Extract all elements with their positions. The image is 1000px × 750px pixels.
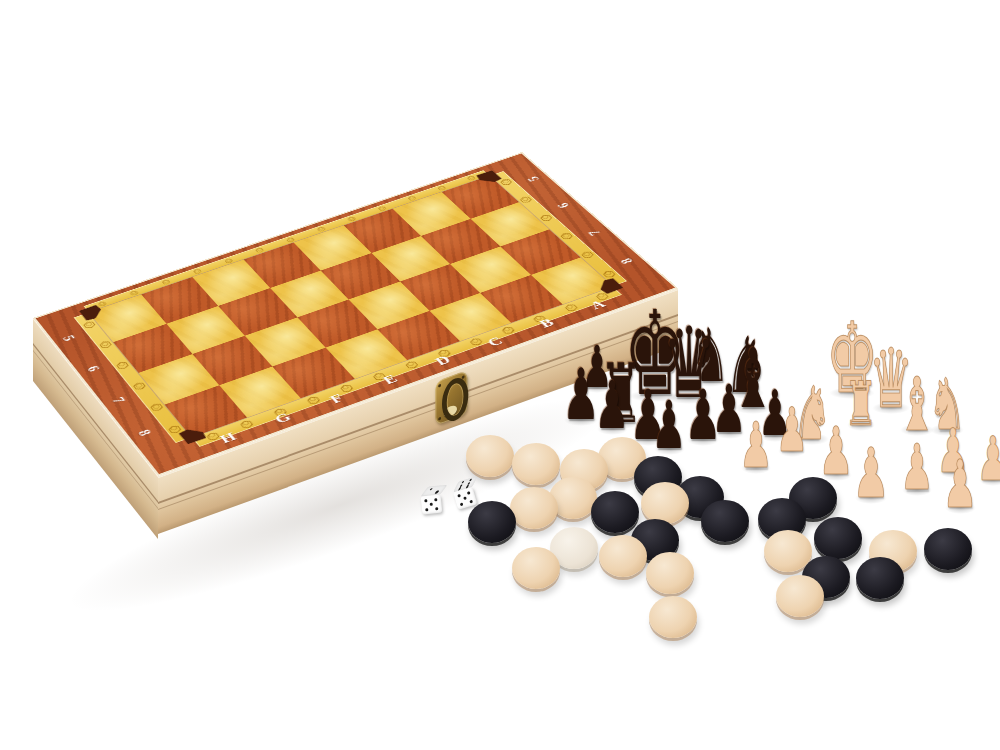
die-pip: [430, 503, 434, 507]
checker-light: [599, 535, 647, 577]
checker-dark: [924, 528, 972, 570]
piece-shadow: [760, 430, 790, 442]
checker-dark: [701, 500, 749, 542]
piece-shadow: [900, 424, 935, 436]
screw-icon: [438, 417, 441, 421]
piece-shadow: [979, 474, 1000, 486]
piece-shadow: [734, 402, 772, 414]
piece-shadow: [902, 484, 932, 496]
checker-dark: [856, 557, 904, 599]
product-photo: ⬡⬡⬡⬡⬡⬡⬡⬡⬡⬡⬡⬡⬡ ⬡⬡⬡⬡⬡⬡⬡⬡⬡⬡⬡⬡⬡ ⬡⬡⬡⬡⬡⬡ ⬡⬡⬡⬡⬡…: [0, 0, 1000, 750]
die-pip: [435, 507, 439, 511]
piece-shadow: [855, 492, 887, 504]
piece-shadow: [583, 381, 610, 393]
piece-shadow: [847, 419, 876, 431]
checker-dark: [468, 501, 516, 543]
piece-shadow: [939, 466, 968, 478]
rank-label-6: 6: [83, 364, 103, 374]
checker-dark: [814, 517, 862, 559]
die-pip: [435, 491, 439, 494]
die-pip: [424, 499, 428, 503]
die-pip: [467, 491, 471, 495]
rank-label-6: 6: [554, 201, 573, 210]
clasp: [434, 367, 470, 430]
piece-shadow: [597, 423, 628, 435]
checker-light: [649, 596, 697, 638]
die-pip: [425, 508, 429, 512]
die-front-face: [421, 494, 443, 514]
piece-shadow: [654, 443, 685, 455]
rank-label-5: 5: [59, 333, 78, 343]
die-1: [420, 486, 443, 515]
rank-label-8: 8: [617, 256, 637, 265]
piece-shadow: [778, 445, 807, 457]
checker-light: [466, 435, 514, 477]
piece-shadow: [741, 462, 771, 474]
piece-shadow: [930, 424, 963, 436]
piece-shadow: [693, 375, 728, 387]
checker-light: [510, 487, 558, 529]
piece-shadow: [945, 502, 976, 514]
die-pip: [429, 488, 433, 491]
checker-light: [641, 482, 689, 524]
die-pip: [463, 496, 467, 500]
checker-light: [646, 552, 694, 594]
die-pip: [460, 502, 464, 506]
rank-label-8: 8: [134, 428, 154, 438]
checker-light: [512, 443, 560, 485]
rank-label-5: 5: [524, 175, 543, 184]
rank-label-7: 7: [585, 228, 604, 237]
piece-shadow: [829, 387, 875, 399]
die-pip: [469, 499, 473, 503]
die-pip: [457, 493, 461, 497]
piece-shadow: [728, 387, 764, 399]
piece-shadow: [872, 402, 910, 414]
rank-label-7: 7: [108, 395, 128, 405]
piece-shadow: [666, 392, 712, 404]
piece-shadow: [687, 434, 719, 446]
screw-icon: [438, 384, 441, 388]
die-pip: [434, 498, 438, 502]
checker-dark: [591, 491, 639, 533]
piece-shadow: [795, 433, 830, 445]
checker-light: [776, 575, 824, 617]
checker-light: [512, 547, 560, 589]
piece-shadow: [564, 414, 597, 426]
